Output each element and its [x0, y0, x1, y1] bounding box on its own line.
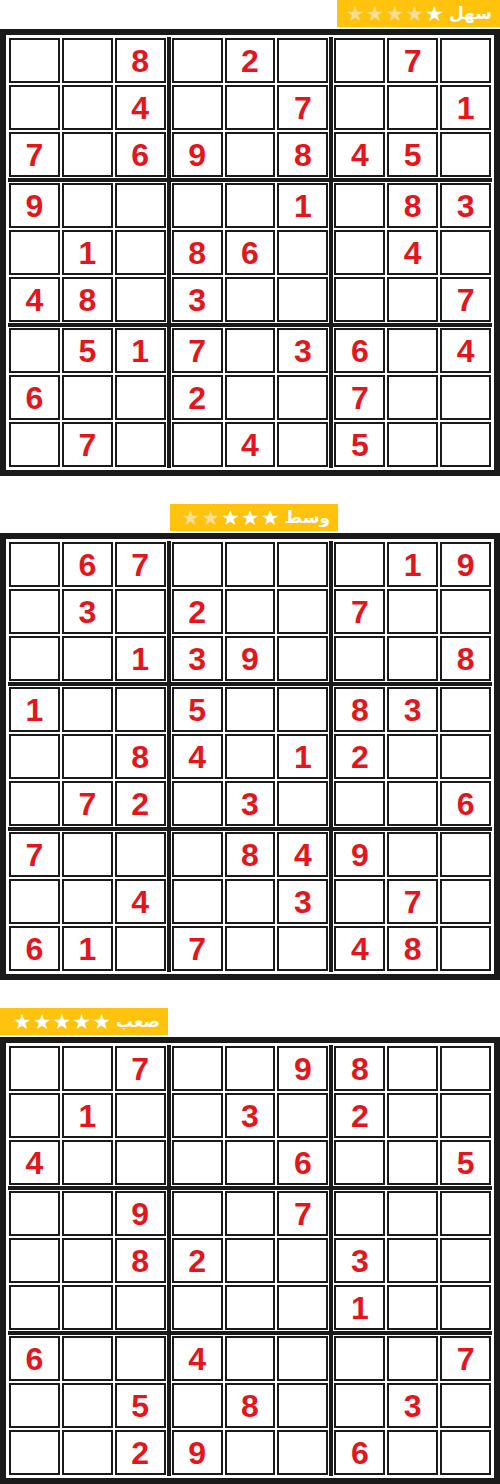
sudoku-cell[interactable]: 6: [334, 328, 385, 373]
sudoku-cell[interactable]: 1: [387, 542, 438, 587]
sudoku-cell[interactable]: 7: [9, 132, 60, 177]
sudoku-cell[interactable]: [62, 132, 113, 177]
sudoku-cell[interactable]: [172, 1383, 223, 1428]
sudoku-box: 7324: [171, 327, 330, 468]
sudoku-cell[interactable]: [440, 832, 491, 877]
sudoku-cell[interactable]: [387, 1093, 438, 1138]
sudoku-box: 98: [8, 1190, 167, 1331]
star-icon: ★: [221, 507, 240, 528]
sudoku-cell[interactable]: 9: [115, 1191, 166, 1236]
sudoku-cell[interactable]: [62, 879, 113, 924]
sudoku-cell[interactable]: [115, 1285, 166, 1330]
sudoku-cell[interactable]: 6: [62, 542, 113, 587]
sudoku-cell[interactable]: [62, 734, 113, 779]
sudoku-cell[interactable]: [277, 687, 328, 732]
sudoku-box: 489: [171, 1335, 330, 1476]
sudoku-cell[interactable]: [62, 832, 113, 877]
sudoku-cell[interactable]: 7: [62, 422, 113, 467]
sudoku-cell[interactable]: 4: [9, 1140, 60, 1185]
sudoku-cell[interactable]: [172, 422, 223, 467]
sudoku-box: 6475: [333, 327, 492, 468]
sudoku-cell[interactable]: 3: [387, 687, 438, 732]
sudoku-cell[interactable]: 2: [334, 1093, 385, 1138]
sudoku-cell[interactable]: 4: [172, 1336, 223, 1381]
sudoku-cell[interactable]: 1: [9, 687, 60, 732]
sudoku-cell[interactable]: 3: [387, 1383, 438, 1428]
sudoku-cell[interactable]: 2: [172, 375, 223, 420]
sudoku-cell[interactable]: 8: [115, 734, 166, 779]
sudoku-cell[interactable]: [62, 1191, 113, 1236]
sudoku-cell[interactable]: 8: [440, 636, 491, 681]
sudoku-cell[interactable]: [225, 926, 276, 971]
sudoku-box: 1863: [171, 182, 330, 323]
sudoku-cell[interactable]: 9: [172, 1430, 223, 1475]
sudoku-cell[interactable]: 1: [62, 1093, 113, 1138]
sudoku-cell[interactable]: 9: [440, 542, 491, 587]
sudoku-box: 72: [171, 1190, 330, 1331]
sudoku-cell[interactable]: [172, 1093, 223, 1138]
sudoku-cell[interactable]: [225, 589, 276, 634]
sudoku-cell[interactable]: 3: [440, 183, 491, 228]
sudoku-box: 6731: [8, 541, 167, 682]
sudoku-cell[interactable]: [334, 879, 385, 924]
sudoku-cell[interactable]: [62, 1383, 113, 1428]
sudoku-cell[interactable]: [387, 636, 438, 681]
sudoku-cell[interactable]: [277, 375, 328, 420]
sudoku-cell[interactable]: [387, 1046, 438, 1091]
sudoku-page: سهل ★★★★★ 847627987145914818638347516773…: [0, 0, 500, 1484]
sudoku-cell[interactable]: 1: [115, 328, 166, 373]
sudoku-cell[interactable]: [172, 1140, 223, 1185]
sudoku-cell[interactable]: 3: [62, 589, 113, 634]
star-icon: ★: [72, 1011, 91, 1032]
sudoku-cell[interactable]: [172, 183, 223, 228]
sudoku-cell[interactable]: 5: [387, 132, 438, 177]
sudoku-cell[interactable]: 8: [387, 926, 438, 971]
sudoku-cell[interactable]: 7: [9, 832, 60, 877]
sudoku-cell[interactable]: [9, 734, 60, 779]
sudoku-box: 7145: [333, 37, 492, 178]
sudoku-cell[interactable]: [9, 230, 60, 275]
sudoku-cell[interactable]: [334, 1191, 385, 1236]
sudoku-cell[interactable]: [387, 375, 438, 420]
difficulty-label: صعب: [116, 1013, 160, 1030]
sudoku-cell[interactable]: [440, 1285, 491, 1330]
sudoku-cell[interactable]: 4: [115, 879, 166, 924]
sudoku-cell[interactable]: [440, 687, 491, 732]
sudoku-cell[interactable]: [172, 38, 223, 83]
sudoku-cell[interactable]: 7: [440, 277, 491, 322]
sudoku-cell[interactable]: [115, 687, 166, 732]
sudoku-cell[interactable]: [62, 687, 113, 732]
sudoku-box: 31: [333, 1190, 492, 1331]
sudoku-cell[interactable]: 6: [9, 1336, 60, 1381]
sudoku-cell[interactable]: 9: [277, 1046, 328, 1091]
sudoku-cell[interactable]: 3: [225, 1093, 276, 1138]
sudoku-cell[interactable]: [334, 183, 385, 228]
sudoku-cell[interactable]: 2: [172, 1238, 223, 1283]
sudoku-cell[interactable]: [440, 1191, 491, 1236]
sudoku-cell[interactable]: 7: [440, 1336, 491, 1381]
sudoku-cell[interactable]: 8: [115, 38, 166, 83]
sudoku-cell[interactable]: [9, 1191, 60, 1236]
sudoku-cell[interactable]: [9, 1285, 60, 1330]
sudoku-cell[interactable]: [440, 879, 491, 924]
sudoku-cell[interactable]: [277, 926, 328, 971]
sudoku-box: 8326: [333, 686, 492, 827]
sudoku-cell[interactable]: [225, 734, 276, 779]
sudoku-cell[interactable]: [9, 1238, 60, 1283]
puzzle-hard: صعب ★★★★★ 714936825987231652489736: [0, 1008, 500, 1484]
sudoku-cell[interactable]: 5: [334, 422, 385, 467]
sudoku-cell[interactable]: 1: [277, 183, 328, 228]
star-icon: ★: [33, 1011, 52, 1032]
difficulty-label: وسط: [285, 509, 331, 526]
sudoku-cell[interactable]: 8: [62, 277, 113, 322]
sudoku-box: 652: [8, 1335, 167, 1476]
sudoku-cell[interactable]: 8: [387, 183, 438, 228]
sudoku-box: 714: [8, 1045, 167, 1186]
sudoku-cell[interactable]: [62, 1140, 113, 1185]
sudoku-grid-medium: 67312391978187254138326746184379748: [0, 533, 500, 980]
sudoku-cell[interactable]: 3: [172, 277, 223, 322]
sudoku-cell[interactable]: 7: [387, 38, 438, 83]
sudoku-box: 936: [171, 1045, 330, 1186]
star-icon: ★: [261, 507, 280, 528]
sudoku-cell[interactable]: 9: [225, 636, 276, 681]
sudoku-cell[interactable]: [225, 1046, 276, 1091]
sudoku-cell[interactable]: 4: [387, 230, 438, 275]
star-icon: ★: [13, 1011, 32, 1032]
sudoku-cell[interactable]: [62, 1046, 113, 1091]
sudoku-cell[interactable]: [277, 277, 328, 322]
sudoku-cell[interactable]: [225, 1140, 276, 1185]
sudoku-cell[interactable]: [277, 1093, 328, 1138]
sudoku-cell[interactable]: 1: [277, 734, 328, 779]
sudoku-cell[interactable]: [62, 85, 113, 130]
difficulty-label: سهل: [449, 5, 492, 22]
sudoku-cell[interactable]: 8: [225, 1383, 276, 1428]
sudoku-cell[interactable]: [440, 230, 491, 275]
sudoku-cell[interactable]: 6: [440, 781, 491, 826]
sudoku-boxes: 714936825987231652489736: [7, 1044, 493, 1477]
sudoku-cell[interactable]: [277, 636, 328, 681]
sudoku-cell[interactable]: [9, 781, 60, 826]
sudoku-cell[interactable]: [9, 1046, 60, 1091]
sudoku-cell[interactable]: 7: [387, 879, 438, 924]
sudoku-cell[interactable]: [387, 422, 438, 467]
sudoku-box: 9148: [8, 182, 167, 323]
sudoku-cell[interactable]: 4: [115, 85, 166, 130]
sudoku-cell[interactable]: [225, 183, 276, 228]
sudoku-cell[interactable]: 1: [440, 85, 491, 130]
sudoku-cell[interactable]: [9, 422, 60, 467]
sudoku-cell[interactable]: [225, 375, 276, 420]
sudoku-cell[interactable]: 6: [225, 230, 276, 275]
sudoku-box: 825: [333, 1045, 492, 1186]
sudoku-cell[interactable]: 2: [334, 734, 385, 779]
sudoku-cell[interactable]: [9, 1383, 60, 1428]
star-icon: ★: [346, 3, 365, 24]
sudoku-cell[interactable]: 1: [62, 230, 113, 275]
difficulty-banner-hard: صعب ★★★★★: [0, 1008, 168, 1035]
sudoku-cell[interactable]: [115, 832, 166, 877]
sudoku-cell[interactable]: [172, 542, 223, 587]
sudoku-cell[interactable]: [277, 1383, 328, 1428]
sudoku-cell[interactable]: 3: [225, 781, 276, 826]
sudoku-cell[interactable]: [115, 277, 166, 322]
difficulty-banner-easy: سهل ★★★★★: [337, 0, 500, 27]
puzzle-easy: سهل ★★★★★ 847627987145914818638347516773…: [0, 0, 500, 476]
sudoku-cell[interactable]: [225, 879, 276, 924]
sudoku-cell[interactable]: [334, 542, 385, 587]
sudoku-cell[interactable]: [225, 132, 276, 177]
sudoku-cell[interactable]: 4: [277, 832, 328, 877]
sudoku-cell[interactable]: [9, 1430, 60, 1475]
sudoku-cell[interactable]: [334, 230, 385, 275]
sudoku-cell[interactable]: [172, 1191, 223, 1236]
sudoku-cell[interactable]: [387, 781, 438, 826]
sudoku-cell[interactable]: 6: [115, 132, 166, 177]
sudoku-cell[interactable]: [62, 1336, 113, 1381]
star-icon: ★: [241, 507, 260, 528]
sudoku-cell[interactable]: [277, 1238, 328, 1283]
sudoku-cell[interactable]: [277, 1430, 328, 1475]
sudoku-cell[interactable]: 5: [115, 1383, 166, 1428]
sudoku-cell[interactable]: 9: [172, 132, 223, 177]
sudoku-cell[interactable]: 8: [334, 1046, 385, 1091]
sudoku-box: 5167: [8, 327, 167, 468]
sudoku-cell[interactable]: [172, 781, 223, 826]
sudoku-cell[interactable]: 5: [440, 1140, 491, 1185]
sudoku-cell[interactable]: 4: [334, 926, 385, 971]
star-icon: ★: [52, 1011, 71, 1032]
sudoku-cell[interactable]: 7: [115, 1046, 166, 1091]
sudoku-cell[interactable]: [387, 1238, 438, 1283]
sudoku-grid-hard: 714936825987231652489736: [0, 1037, 500, 1484]
sudoku-cell[interactable]: 7: [334, 375, 385, 420]
sudoku-box: 9748: [333, 831, 492, 972]
sudoku-cell[interactable]: 9: [9, 183, 60, 228]
sudoku-cell[interactable]: [277, 542, 328, 587]
sudoku-cell[interactable]: [115, 1093, 166, 1138]
sudoku-cell[interactable]: [115, 375, 166, 420]
sudoku-cell[interactable]: [440, 132, 491, 177]
sudoku-cell[interactable]: [440, 926, 491, 971]
sudoku-cell[interactable]: [62, 183, 113, 228]
sudoku-cell[interactable]: 2: [115, 781, 166, 826]
sudoku-cell[interactable]: [440, 1046, 491, 1091]
sudoku-cell[interactable]: 3: [277, 879, 328, 924]
sudoku-cell[interactable]: [277, 589, 328, 634]
sudoku-cell[interactable]: 4: [440, 328, 491, 373]
sudoku-cell[interactable]: [225, 687, 276, 732]
sudoku-cell[interactable]: 7: [277, 85, 328, 130]
sudoku-cell[interactable]: [334, 1336, 385, 1381]
sudoku-cell[interactable]: 7: [115, 542, 166, 587]
sudoku-cell[interactable]: [225, 1285, 276, 1330]
sudoku-cell[interactable]: [387, 328, 438, 373]
sudoku-cell[interactable]: 2: [172, 589, 223, 634]
sudoku-box: 7461: [8, 831, 167, 972]
sudoku-cell[interactable]: [387, 1140, 438, 1185]
sudoku-cell[interactable]: [9, 85, 60, 130]
sudoku-cell[interactable]: [334, 38, 385, 83]
sudoku-cell[interactable]: 6: [9, 926, 60, 971]
sudoku-cell[interactable]: 4: [9, 277, 60, 322]
sudoku-cell[interactable]: [115, 183, 166, 228]
sudoku-cell[interactable]: [277, 1285, 328, 1330]
sudoku-cell[interactable]: [440, 375, 491, 420]
sudoku-cell[interactable]: [62, 375, 113, 420]
sudoku-cell[interactable]: [9, 636, 60, 681]
sudoku-cell[interactable]: [440, 1430, 491, 1475]
star-icon: ★: [181, 507, 200, 528]
sudoku-cell[interactable]: [225, 1191, 276, 1236]
sudoku-cell[interactable]: 7: [334, 589, 385, 634]
sudoku-cell[interactable]: [9, 542, 60, 587]
sudoku-cell[interactable]: [387, 734, 438, 779]
sudoku-cell[interactable]: [115, 422, 166, 467]
star-rating: ★★★★★: [181, 507, 279, 528]
sudoku-cell[interactable]: 6: [277, 1140, 328, 1185]
sudoku-cell[interactable]: [225, 277, 276, 322]
sudoku-cell[interactable]: [115, 589, 166, 634]
sudoku-cell[interactable]: [172, 85, 223, 130]
sudoku-cell[interactable]: [225, 1430, 276, 1475]
sudoku-cell[interactable]: [62, 1430, 113, 1475]
sudoku-cell[interactable]: [277, 230, 328, 275]
sudoku-cell[interactable]: [387, 1336, 438, 1381]
sudoku-grid-easy: 847627987145914818638347516773246475: [0, 29, 500, 476]
sudoku-cell[interactable]: [440, 1238, 491, 1283]
sudoku-cell[interactable]: [387, 589, 438, 634]
sudoku-cell[interactable]: [440, 589, 491, 634]
sudoku-cell[interactable]: [387, 1430, 438, 1475]
sudoku-cell[interactable]: [387, 85, 438, 130]
sudoku-cell[interactable]: [62, 636, 113, 681]
sudoku-cell[interactable]: 9: [334, 832, 385, 877]
sudoku-cell[interactable]: 6: [9, 375, 60, 420]
sudoku-cell[interactable]: 3: [334, 1238, 385, 1283]
sudoku-cell[interactable]: 8: [277, 132, 328, 177]
sudoku-cell[interactable]: [277, 422, 328, 467]
sudoku-cell[interactable]: [334, 636, 385, 681]
sudoku-cell[interactable]: [277, 1336, 328, 1381]
sudoku-cell[interactable]: [9, 38, 60, 83]
star-rating: ★★★★★: [13, 1011, 111, 1032]
sudoku-cell[interactable]: 6: [334, 1430, 385, 1475]
sudoku-cell[interactable]: [115, 926, 166, 971]
sudoku-cell[interactable]: 2: [225, 38, 276, 83]
sudoku-cell[interactable]: [225, 85, 276, 130]
sudoku-cell[interactable]: [62, 38, 113, 83]
sudoku-cell[interactable]: [440, 734, 491, 779]
sudoku-cell[interactable]: 3: [172, 636, 223, 681]
sudoku-cell[interactable]: [172, 879, 223, 924]
sudoku-cell[interactable]: 1: [334, 1285, 385, 1330]
sudoku-cell[interactable]: [9, 328, 60, 373]
sudoku-cell[interactable]: [334, 277, 385, 322]
sudoku-box: 8476: [8, 37, 167, 178]
star-icon: ★: [201, 507, 220, 528]
sudoku-cell[interactable]: 4: [334, 132, 385, 177]
sudoku-cell[interactable]: [334, 1383, 385, 1428]
sudoku-cell[interactable]: [277, 781, 328, 826]
star-icon: ★: [405, 3, 424, 24]
sudoku-cell[interactable]: [387, 1285, 438, 1330]
sudoku-box: 5413: [171, 686, 330, 827]
sudoku-cell[interactable]: [62, 1238, 113, 1283]
sudoku-cell[interactable]: [9, 879, 60, 924]
sudoku-box: 1872: [8, 686, 167, 827]
sudoku-cell[interactable]: [225, 328, 276, 373]
sudoku-cell[interactable]: [115, 1140, 166, 1185]
sudoku-cell[interactable]: 1: [62, 926, 113, 971]
sudoku-cell[interactable]: 1: [115, 636, 166, 681]
sudoku-boxes: 847627987145914818638347516773246475: [7, 36, 493, 469]
sudoku-cell[interactable]: 8: [225, 832, 276, 877]
sudoku-cell[interactable]: [387, 277, 438, 322]
sudoku-cell[interactable]: [62, 1285, 113, 1330]
sudoku-cell[interactable]: [440, 38, 491, 83]
sudoku-cell[interactable]: [334, 1140, 385, 1185]
sudoku-cell[interactable]: 8: [115, 1238, 166, 1283]
sudoku-cell[interactable]: 4: [225, 422, 276, 467]
sudoku-cell[interactable]: [387, 1191, 438, 1236]
sudoku-cell[interactable]: 8: [172, 230, 223, 275]
star-icon: ★: [366, 3, 385, 24]
sudoku-cell[interactable]: [115, 1336, 166, 1381]
sudoku-cell[interactable]: [334, 85, 385, 130]
sudoku-cell[interactable]: [115, 230, 166, 275]
star-icon: ★: [92, 1011, 111, 1032]
sudoku-cell[interactable]: [225, 542, 276, 587]
sudoku-cell[interactable]: 2: [115, 1430, 166, 1475]
star-icon: ★: [385, 3, 404, 24]
sudoku-box: 8437: [171, 831, 330, 972]
sudoku-cell[interactable]: 7: [172, 926, 223, 971]
star-rating: ★★★★★: [346, 3, 444, 24]
sudoku-box: 239: [171, 541, 330, 682]
sudoku-cell[interactable]: [172, 1046, 223, 1091]
sudoku-cell[interactable]: [334, 781, 385, 826]
sudoku-cell[interactable]: 3: [277, 328, 328, 373]
sudoku-cell[interactable]: [9, 1093, 60, 1138]
sudoku-cell[interactable]: [277, 38, 328, 83]
sudoku-cell[interactable]: [9, 589, 60, 634]
sudoku-cell[interactable]: 5: [62, 328, 113, 373]
sudoku-box: 1978: [333, 541, 492, 682]
sudoku-cell[interactable]: 4: [172, 734, 223, 779]
sudoku-cell[interactable]: [225, 1238, 276, 1283]
sudoku-cell[interactable]: 5: [172, 687, 223, 732]
sudoku-box: 736: [333, 1335, 492, 1476]
sudoku-cell[interactable]: [172, 1285, 223, 1330]
sudoku-cell[interactable]: [172, 832, 223, 877]
sudoku-cell[interactable]: 8: [334, 687, 385, 732]
sudoku-cell[interactable]: 7: [62, 781, 113, 826]
puzzle-medium: وسط ★★★★★ 673123919781872541383267461843…: [0, 504, 500, 980]
sudoku-cell[interactable]: 7: [172, 328, 223, 373]
sudoku-cell[interactable]: [387, 832, 438, 877]
sudoku-cell[interactable]: [440, 1383, 491, 1428]
sudoku-cell[interactable]: [225, 1336, 276, 1381]
sudoku-boxes: 67312391978187254138326746184379748: [7, 540, 493, 973]
sudoku-cell[interactable]: [440, 422, 491, 467]
sudoku-cell[interactable]: [440, 1093, 491, 1138]
sudoku-cell[interactable]: 7: [277, 1191, 328, 1236]
